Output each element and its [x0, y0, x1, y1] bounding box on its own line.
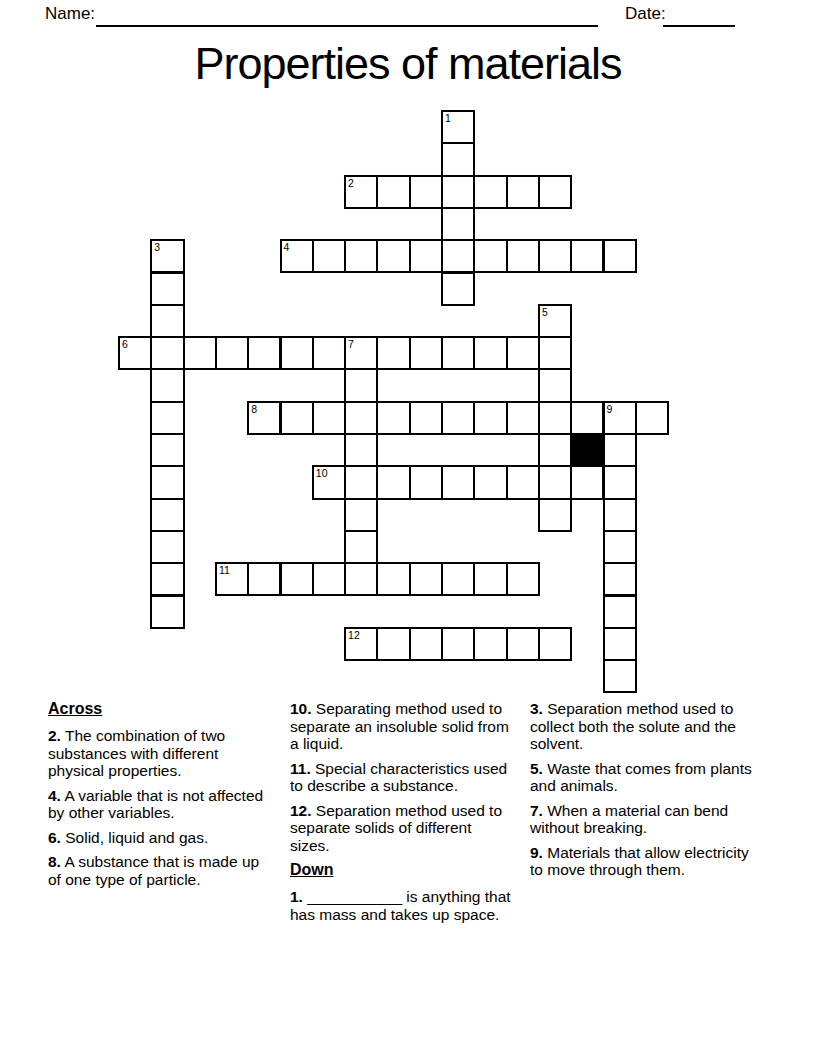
grid-cell[interactable] — [603, 659, 637, 693]
grid-cell[interactable] — [538, 175, 572, 209]
grid-cell[interactable] — [376, 239, 410, 273]
grid-cell[interactable] — [312, 401, 346, 435]
down-heading: Down — [290, 861, 514, 879]
grid-cell[interactable] — [312, 336, 346, 370]
grid-cell[interactable] — [409, 465, 443, 499]
grid-cell[interactable] — [150, 562, 184, 596]
grid-cell[interactable] — [603, 239, 637, 273]
grid-cell[interactable] — [570, 239, 604, 273]
clue-number: 10 — [316, 468, 328, 479]
grid-cell[interactable] — [312, 562, 346, 596]
grid-cell[interactable] — [441, 142, 475, 176]
grid-cell[interactable] — [603, 433, 637, 467]
clue-number: 9 — [607, 404, 613, 415]
grid-cell[interactable] — [603, 465, 637, 499]
grid-cell[interactable] — [473, 336, 507, 370]
grid-cell[interactable] — [506, 627, 540, 661]
clue-across-6: 6. Solid, liquid and gas. — [48, 829, 270, 847]
clue-across-8: 8. A substance that is made up of one ty… — [48, 853, 270, 888]
grid-cell[interactable] — [538, 433, 572, 467]
grid-cell[interactable] — [150, 272, 184, 306]
worksheet-page: Name: Date: Properties of materials 1234… — [0, 0, 816, 1056]
clue-across-4: 4. A variable that is not affected by ot… — [48, 787, 270, 822]
grid-cell[interactable] — [506, 175, 540, 209]
grid-cell[interactable] — [183, 336, 217, 370]
clue-across-2: 2. The combination of two substances wit… — [48, 727, 270, 780]
grid-cell[interactable] — [280, 562, 314, 596]
clue-number: 3 — [154, 242, 160, 253]
grid-cell[interactable] — [247, 336, 281, 370]
clue-number: 2 — [348, 178, 354, 189]
grid-cell[interactable] — [441, 272, 475, 306]
clue-number: 5 — [542, 307, 548, 318]
grid-cell[interactable] — [344, 465, 378, 499]
clue-column: 3. Separation method used to collect bot… — [530, 700, 762, 886]
grid-cell[interactable] — [538, 336, 572, 370]
grid-cell[interactable] — [344, 530, 378, 564]
grid-cell[interactable] — [409, 239, 443, 273]
grid-cell[interactable] — [538, 401, 572, 435]
clue-number: 7 — [348, 339, 354, 350]
blocked-cell — [570, 433, 604, 467]
across-heading: Across — [48, 700, 270, 718]
grid-cell[interactable] — [150, 368, 184, 402]
grid-cell[interactable] — [538, 368, 572, 402]
grid-cell[interactable] — [280, 336, 314, 370]
clue-across-12: 12. Separation method used to separate s… — [290, 802, 514, 855]
grid-cell[interactable] — [538, 465, 572, 499]
grid-cell[interactable] — [603, 562, 637, 596]
grid-cell[interactable] — [506, 401, 540, 435]
grid-cell[interactable] — [150, 401, 184, 435]
clue-column: 10. Separating method used to separate a… — [290, 700, 514, 930]
clue-down-9: 9. Materials that allow electricity to m… — [530, 844, 762, 879]
grid-cell[interactable] — [506, 239, 540, 273]
grid-cell[interactable] — [344, 498, 378, 532]
grid-cell[interactable] — [603, 595, 637, 629]
grid-cell[interactable] — [441, 465, 475, 499]
clue-down-1: 1. ___________ is anything that has mass… — [290, 888, 514, 923]
grid-cell[interactable] — [441, 207, 475, 241]
clue-column: Across2. The combination of two substanc… — [48, 700, 270, 895]
grid-cell[interactable] — [150, 336, 184, 370]
grid-cell[interactable] — [150, 498, 184, 532]
clue-number: 8 — [251, 404, 257, 415]
grid-cell[interactable] — [506, 465, 540, 499]
clue-across-10: 10. Separating method used to separate a… — [290, 700, 514, 753]
worksheet-title: Properties of materials — [0, 38, 816, 90]
date-label: Date: — [625, 4, 666, 24]
grid-cell[interactable] — [150, 595, 184, 629]
name-blank-line[interactable] — [96, 25, 598, 27]
grid-cell[interactable] — [376, 175, 410, 209]
clue-number: 6 — [122, 339, 128, 350]
clue-down-7: 7. When a material can bend without brea… — [530, 802, 762, 837]
grid-cell[interactable] — [441, 562, 475, 596]
grid-cell[interactable] — [635, 401, 669, 435]
grid-cell[interactable] — [603, 530, 637, 564]
clue-number: 11 — [219, 565, 230, 576]
grid-cell[interactable] — [150, 433, 184, 467]
grid-cell[interactable] — [603, 627, 637, 661]
grid-cell[interactable] — [150, 465, 184, 499]
grid-cell[interactable] — [441, 401, 475, 435]
crossword-grid: 123456789101112 — [118, 110, 670, 694]
grid-cell[interactable] — [538, 498, 572, 532]
grid-cell[interactable] — [280, 401, 314, 435]
grid-cell[interactable] — [441, 175, 475, 209]
grid-cell[interactable] — [344, 401, 378, 435]
clue-number: 12 — [348, 630, 360, 641]
grid-cell[interactable] — [376, 627, 410, 661]
name-label: Name: — [45, 4, 95, 24]
grid-cell[interactable] — [506, 562, 540, 596]
grid-cell[interactable] — [441, 627, 475, 661]
clue-down-3: 3. Separation method used to collect bot… — [530, 700, 762, 753]
grid-cell[interactable] — [344, 368, 378, 402]
grid-cell[interactable] — [150, 304, 184, 338]
grid-cell[interactable] — [344, 562, 378, 596]
grid-cell[interactable] — [538, 239, 572, 273]
grid-cell[interactable] — [376, 465, 410, 499]
grid-cell[interactable] — [312, 239, 346, 273]
grid-cell[interactable] — [538, 627, 572, 661]
grid-cell[interactable] — [441, 239, 475, 273]
grid-cell[interactable] — [570, 401, 604, 435]
grid-cell[interactable] — [409, 175, 443, 209]
grid-cell[interactable] — [409, 336, 443, 370]
grid-cell[interactable] — [376, 336, 410, 370]
grid-cell[interactable] — [409, 562, 443, 596]
clue-number: 4 — [284, 242, 290, 253]
grid-cell[interactable] — [473, 175, 507, 209]
grid-cell[interactable] — [473, 239, 507, 273]
clue-across-11: 11. Special characteristics used to desc… — [290, 760, 514, 795]
clue-number: 1 — [445, 113, 451, 124]
grid-cell[interactable] — [344, 433, 378, 467]
date-blank-line[interactable] — [663, 25, 735, 27]
clue-down-5: 5. Waste that comes from plants and anim… — [530, 760, 762, 795]
grid-cell[interactable] — [344, 239, 378, 273]
grid-cell[interactable] — [570, 465, 604, 499]
grid-cell[interactable] — [473, 465, 507, 499]
grid-cell[interactable] — [603, 498, 637, 532]
grid-cell[interactable] — [247, 562, 281, 596]
grid-cell[interactable] — [376, 562, 410, 596]
grid-cell[interactable] — [473, 562, 507, 596]
grid-cell[interactable] — [150, 530, 184, 564]
grid-cell[interactable] — [376, 401, 410, 435]
grid-cell[interactable] — [409, 401, 443, 435]
grid-cell[interactable] — [506, 336, 540, 370]
grid-cell[interactable] — [215, 336, 249, 370]
grid-cell[interactable] — [473, 401, 507, 435]
grid-cell[interactable] — [409, 627, 443, 661]
grid-cell[interactable] — [441, 336, 475, 370]
grid-cell[interactable] — [473, 627, 507, 661]
